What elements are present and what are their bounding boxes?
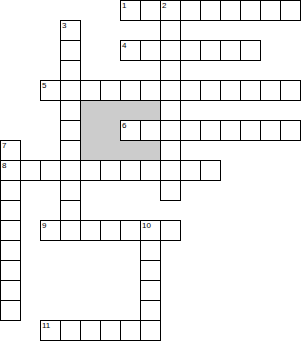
cell-r13-c7[interactable] <box>140 260 161 281</box>
cell-r6-c13[interactable] <box>260 120 281 141</box>
cell-r6-c11[interactable] <box>220 120 241 141</box>
cell-r7-c8[interactable] <box>160 140 181 161</box>
cell-r1-c3[interactable] <box>60 20 81 41</box>
shaded-region-cell <box>140 140 161 161</box>
cell-r8-c1[interactable] <box>20 160 41 181</box>
cell-r2-c8[interactable] <box>160 40 181 61</box>
cell-r16-c6[interactable] <box>120 320 141 341</box>
shaded-region-cell <box>80 140 101 161</box>
cell-r0-c10[interactable] <box>200 0 221 21</box>
cell-r11-c0[interactable] <box>0 220 21 241</box>
cell-r0-c9[interactable] <box>180 0 201 21</box>
cell-r15-c0[interactable] <box>0 300 21 321</box>
cell-r8-c9[interactable] <box>180 160 201 181</box>
cell-r16-c4[interactable] <box>80 320 101 341</box>
cell-r9-c0[interactable] <box>0 180 21 201</box>
shaded-region-cell <box>140 100 161 121</box>
cell-r6-c8[interactable] <box>160 120 181 141</box>
cell-r2-c9[interactable] <box>180 40 201 61</box>
cell-r3-c8[interactable] <box>160 60 181 81</box>
shaded-region-cell <box>120 100 141 121</box>
cell-r4-c9[interactable] <box>180 80 201 101</box>
cell-r8-c6[interactable] <box>120 160 141 181</box>
cell-r9-c3[interactable] <box>60 180 81 201</box>
cell-r4-c10[interactable] <box>200 80 221 101</box>
cell-r11-c8[interactable] <box>160 220 181 241</box>
cell-r0-c7[interactable] <box>140 0 161 21</box>
cell-r12-c0[interactable] <box>0 240 21 261</box>
crossword-board: 1234567891011 <box>0 0 301 341</box>
cell-r14-c0[interactable] <box>0 280 21 301</box>
cell-r4-c8[interactable] <box>160 80 181 101</box>
cell-r0-c13[interactable] <box>260 0 281 21</box>
cell-r16-c3[interactable] <box>60 320 81 341</box>
cell-r8-c3[interactable] <box>60 160 81 181</box>
cell-r15-c7[interactable] <box>140 300 161 321</box>
shaded-region-cell <box>100 120 121 141</box>
cell-r8-c7[interactable] <box>140 160 161 181</box>
shaded-region-cell <box>80 120 101 141</box>
cell-r2-c3[interactable] <box>60 40 81 61</box>
cell-r0-c6[interactable] <box>120 0 141 21</box>
cell-r11-c7[interactable] <box>140 220 161 241</box>
cell-r5-c3[interactable] <box>60 100 81 121</box>
cell-r4-c12[interactable] <box>240 80 261 101</box>
shaded-region-cell <box>100 140 121 161</box>
cell-r12-c7[interactable] <box>140 240 161 261</box>
cell-r8-c5[interactable] <box>100 160 121 181</box>
cell-r4-c11[interactable] <box>220 80 241 101</box>
cell-r6-c9[interactable] <box>180 120 201 141</box>
cell-r13-c0[interactable] <box>0 260 21 281</box>
cell-r11-c4[interactable] <box>80 220 101 241</box>
cell-r4-c14[interactable] <box>280 80 301 101</box>
cell-r2-c12[interactable] <box>240 40 261 61</box>
cell-r0-c11[interactable] <box>220 0 241 21</box>
cell-r16-c2[interactable] <box>40 320 61 341</box>
cell-r8-c8[interactable] <box>160 160 181 181</box>
cell-r2-c10[interactable] <box>200 40 221 61</box>
cell-r9-c8[interactable] <box>160 180 181 201</box>
cell-r4-c6[interactable] <box>120 80 141 101</box>
cell-r3-c3[interactable] <box>60 60 81 81</box>
cell-r8-c2[interactable] <box>40 160 61 181</box>
shaded-region-cell <box>120 140 141 161</box>
cell-r4-c3[interactable] <box>60 80 81 101</box>
cell-r4-c7[interactable] <box>140 80 161 101</box>
cell-r8-c4[interactable] <box>80 160 101 181</box>
cell-r8-c0[interactable] <box>0 160 21 181</box>
cell-r8-c10[interactable] <box>200 160 221 181</box>
cell-r2-c11[interactable] <box>220 40 241 61</box>
cell-r10-c3[interactable] <box>60 200 81 221</box>
cell-r6-c7[interactable] <box>140 120 161 141</box>
cell-r11-c2[interactable] <box>40 220 61 241</box>
cell-r6-c14[interactable] <box>280 120 301 141</box>
cell-r14-c7[interactable] <box>140 280 161 301</box>
cell-r4-c2[interactable] <box>40 80 61 101</box>
cell-r11-c3[interactable] <box>60 220 81 241</box>
cell-r4-c4[interactable] <box>80 80 101 101</box>
cell-r5-c8[interactable] <box>160 100 181 121</box>
cell-r6-c3[interactable] <box>60 120 81 141</box>
cell-r6-c10[interactable] <box>200 120 221 141</box>
cell-r16-c5[interactable] <box>100 320 121 341</box>
cell-r4-c13[interactable] <box>260 80 281 101</box>
shaded-region-cell <box>80 100 101 121</box>
cell-r0-c8[interactable] <box>160 0 181 21</box>
cell-r4-c5[interactable] <box>100 80 121 101</box>
cell-r11-c5[interactable] <box>100 220 121 241</box>
cell-r6-c12[interactable] <box>240 120 261 141</box>
cell-r0-c14[interactable] <box>280 0 301 21</box>
cell-r1-c8[interactable] <box>160 20 181 41</box>
cell-r10-c0[interactable] <box>0 200 21 221</box>
cell-r11-c6[interactable] <box>120 220 141 241</box>
cell-r6-c6[interactable] <box>120 120 141 141</box>
cell-r16-c7[interactable] <box>140 320 161 341</box>
cell-r7-c3[interactable] <box>60 140 81 161</box>
cell-r2-c7[interactable] <box>140 40 161 61</box>
shaded-region-cell <box>100 100 121 121</box>
cell-r7-c0[interactable] <box>0 140 21 161</box>
cell-r0-c12[interactable] <box>240 0 261 21</box>
cell-r2-c6[interactable] <box>120 40 141 61</box>
